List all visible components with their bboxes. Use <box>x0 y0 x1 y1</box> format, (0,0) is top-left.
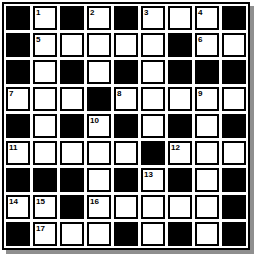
crossword-board: 1234567891011121314151617 <box>2 2 250 250</box>
clue-number-8: 8 <box>117 89 121 98</box>
black-cell-r4c4 <box>87 87 111 111</box>
clue-number-6: 6 <box>198 35 202 44</box>
white-cell-r3c6[interactable] <box>141 60 165 84</box>
white-cell-r2c2[interactable]: 5 <box>33 33 57 57</box>
white-cell-r8c8[interactable] <box>195 195 219 219</box>
white-cell-r5c2[interactable] <box>33 114 57 138</box>
white-cell-r4c7[interactable] <box>168 87 192 111</box>
white-cell-r8c1[interactable]: 14 <box>6 195 30 219</box>
black-cell-r5c9 <box>222 114 246 138</box>
white-cell-r6c5[interactable] <box>114 141 138 165</box>
black-cell-r7c2 <box>33 168 57 192</box>
black-cell-r3c1 <box>6 60 30 84</box>
black-cell-r9c1 <box>6 222 30 246</box>
white-cell-r5c8[interactable] <box>195 114 219 138</box>
white-cell-r4c5[interactable]: 8 <box>114 87 138 111</box>
clue-number-5: 5 <box>36 35 40 44</box>
black-cell-r1c9 <box>222 6 246 30</box>
white-cell-r3c2[interactable] <box>33 60 57 84</box>
white-cell-r6c3[interactable] <box>60 141 84 165</box>
black-cell-r9c9 <box>222 222 246 246</box>
white-cell-r4c8[interactable]: 9 <box>195 87 219 111</box>
white-cell-r3c4[interactable] <box>87 60 111 84</box>
black-cell-r5c1 <box>6 114 30 138</box>
white-cell-r1c6[interactable]: 3 <box>141 6 165 30</box>
white-cell-r9c6[interactable] <box>141 222 165 246</box>
white-cell-r8c2[interactable]: 15 <box>33 195 57 219</box>
black-cell-r7c1 <box>6 168 30 192</box>
black-cell-r2c1 <box>6 33 30 57</box>
white-cell-r6c9[interactable] <box>222 141 246 165</box>
clue-number-3: 3 <box>144 8 148 17</box>
clue-number-7: 7 <box>9 89 13 98</box>
white-cell-r9c4[interactable] <box>87 222 111 246</box>
white-cell-r6c4[interactable] <box>87 141 111 165</box>
white-cell-r8c5[interactable] <box>114 195 138 219</box>
black-cell-r5c7 <box>168 114 192 138</box>
white-cell-r4c1[interactable]: 7 <box>6 87 30 111</box>
white-cell-r6c7[interactable]: 12 <box>168 141 192 165</box>
clue-number-2: 2 <box>90 8 94 17</box>
white-cell-r8c7[interactable] <box>168 195 192 219</box>
clue-number-14: 14 <box>9 197 18 206</box>
clue-number-10: 10 <box>90 116 99 125</box>
white-cell-r6c1[interactable]: 11 <box>6 141 30 165</box>
clue-number-16: 16 <box>90 197 99 206</box>
black-cell-r7c9 <box>222 168 246 192</box>
white-cell-r8c6[interactable] <box>141 195 165 219</box>
white-cell-r2c3[interactable] <box>60 33 84 57</box>
black-cell-r3c9 <box>222 60 246 84</box>
white-cell-r1c4[interactable]: 2 <box>87 6 111 30</box>
clue-number-11: 11 <box>9 143 17 152</box>
crossword-grid: 1234567891011121314151617 <box>6 6 246 246</box>
clue-number-17: 17 <box>36 224 45 233</box>
white-cell-r9c8[interactable] <box>195 222 219 246</box>
white-cell-r4c3[interactable] <box>60 87 84 111</box>
white-cell-r6c8[interactable] <box>195 141 219 165</box>
white-cell-r7c6[interactable]: 13 <box>141 168 165 192</box>
black-cell-r3c5 <box>114 60 138 84</box>
black-cell-r7c7 <box>168 168 192 192</box>
white-cell-r2c8[interactable]: 6 <box>195 33 219 57</box>
black-cell-r7c5 <box>114 168 138 192</box>
page: 1234567891011121314151617 <box>0 0 258 261</box>
white-cell-r7c4[interactable] <box>87 168 111 192</box>
white-cell-r2c6[interactable] <box>141 33 165 57</box>
white-cell-r1c7[interactable] <box>168 6 192 30</box>
white-cell-r4c2[interactable] <box>33 87 57 111</box>
white-cell-r5c6[interactable] <box>141 114 165 138</box>
white-cell-r5c4[interactable]: 10 <box>87 114 111 138</box>
black-cell-r3c8 <box>195 60 219 84</box>
white-cell-r9c2[interactable]: 17 <box>33 222 57 246</box>
black-cell-r6c6 <box>141 141 165 165</box>
white-cell-r4c9[interactable] <box>222 87 246 111</box>
black-cell-r9c7 <box>168 222 192 246</box>
black-cell-r1c1 <box>6 6 30 30</box>
white-cell-r2c9[interactable] <box>222 33 246 57</box>
white-cell-r2c5[interactable] <box>114 33 138 57</box>
white-cell-r4c6[interactable] <box>141 87 165 111</box>
white-cell-r2c4[interactable] <box>87 33 111 57</box>
clue-number-15: 15 <box>36 197 45 206</box>
clue-number-13: 13 <box>144 170 153 179</box>
black-cell-r2c7 <box>168 33 192 57</box>
white-cell-r1c2[interactable]: 1 <box>33 6 57 30</box>
black-cell-r1c3 <box>60 6 84 30</box>
clue-number-12: 12 <box>171 143 180 152</box>
black-cell-r3c7 <box>168 60 192 84</box>
clue-number-9: 9 <box>198 89 202 98</box>
black-cell-r7c3 <box>60 168 84 192</box>
black-cell-r5c3 <box>60 114 84 138</box>
white-cell-r6c2[interactable] <box>33 141 57 165</box>
black-cell-r3c3 <box>60 60 84 84</box>
white-cell-r9c3[interactable] <box>60 222 84 246</box>
clue-number-1: 1 <box>36 8 40 17</box>
clue-number-4: 4 <box>198 8 202 17</box>
black-cell-r9c5 <box>114 222 138 246</box>
black-cell-r5c5 <box>114 114 138 138</box>
black-cell-r8c3 <box>60 195 84 219</box>
white-cell-r7c8[interactable] <box>195 168 219 192</box>
white-cell-r1c8[interactable]: 4 <box>195 6 219 30</box>
black-cell-r8c9 <box>222 195 246 219</box>
black-cell-r1c5 <box>114 6 138 30</box>
white-cell-r8c4[interactable]: 16 <box>87 195 111 219</box>
